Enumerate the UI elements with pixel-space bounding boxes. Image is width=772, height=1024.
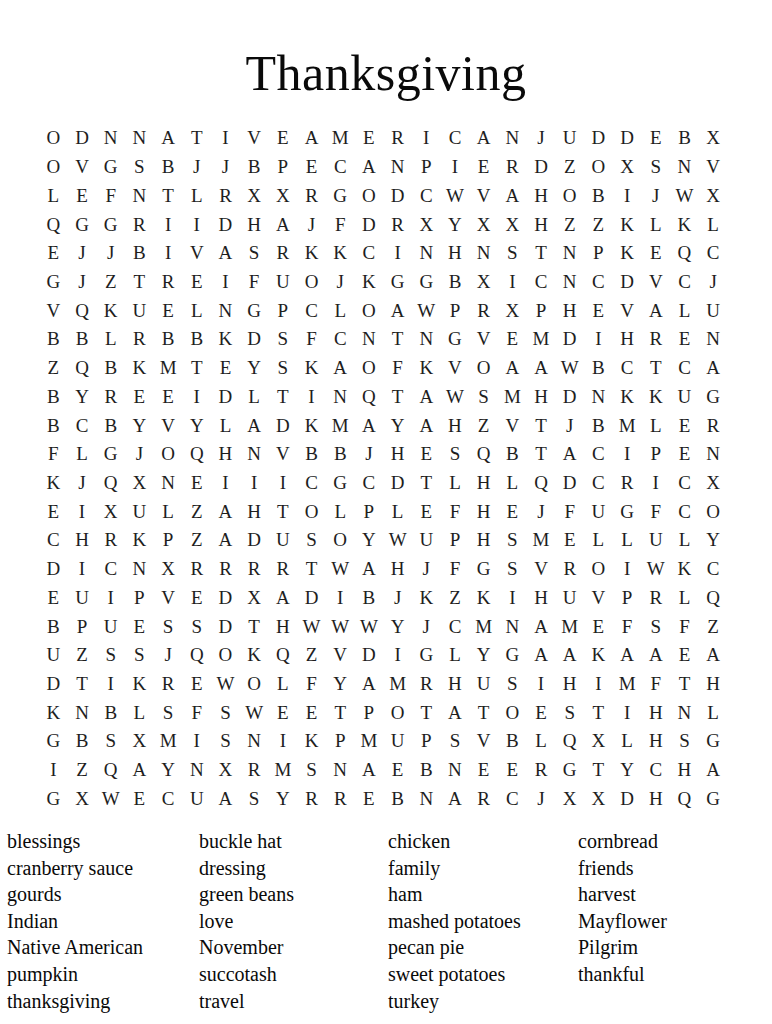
grid-cell[interactable]: X	[469, 210, 498, 239]
grid-cell[interactable]: U	[670, 382, 699, 411]
grid-cell[interactable]: C	[641, 756, 670, 785]
grid-cell[interactable]: U	[269, 268, 298, 297]
grid-cell[interactable]: J	[68, 239, 97, 268]
grid-cell[interactable]: T	[670, 670, 699, 699]
grid-cell[interactable]: X	[584, 727, 613, 756]
grid-cell[interactable]: A	[527, 612, 556, 641]
grid-cell[interactable]: K	[326, 239, 355, 268]
grid-cell[interactable]: H	[469, 497, 498, 526]
grid-cell[interactable]: A	[412, 382, 441, 411]
grid-cell[interactable]: V	[240, 124, 269, 153]
grid-cell[interactable]: H	[699, 670, 728, 699]
grid-cell[interactable]: S	[641, 612, 670, 641]
grid-cell[interactable]: W	[641, 555, 670, 584]
grid-cell[interactable]: H	[383, 440, 412, 469]
grid-cell[interactable]: X	[699, 124, 728, 153]
grid-cell[interactable]: T	[269, 497, 298, 526]
grid-cell[interactable]: S	[498, 239, 527, 268]
grid-cell[interactable]: V	[699, 153, 728, 182]
grid-cell[interactable]: O	[297, 268, 326, 297]
grid-cell[interactable]: E	[498, 756, 527, 785]
grid-cell[interactable]: H	[527, 210, 556, 239]
grid-cell[interactable]: A	[527, 354, 556, 383]
grid-cell[interactable]: I	[39, 756, 68, 785]
grid-cell[interactable]: W	[383, 526, 412, 555]
grid-cell[interactable]: L	[96, 325, 125, 354]
grid-cell[interactable]: L	[699, 210, 728, 239]
grid-cell[interactable]: N	[699, 325, 728, 354]
grid-cell[interactable]: A	[355, 756, 384, 785]
grid-cell[interactable]: S	[96, 727, 125, 756]
grid-cell[interactable]: L	[441, 641, 470, 670]
grid-cell[interactable]: A	[355, 153, 384, 182]
grid-cell[interactable]: I	[527, 670, 556, 699]
grid-cell[interactable]: O	[699, 497, 728, 526]
grid-cell[interactable]: S	[211, 698, 240, 727]
grid-cell[interactable]: E	[39, 239, 68, 268]
grid-cell[interactable]: J	[412, 612, 441, 641]
grid-cell[interactable]: F	[297, 670, 326, 699]
grid-cell[interactable]: C	[613, 354, 642, 383]
grid-cell[interactable]: R	[469, 785, 498, 814]
grid-cell[interactable]: S	[182, 612, 211, 641]
grid-cell[interactable]: C	[699, 239, 728, 268]
grid-cell[interactable]: A	[355, 411, 384, 440]
grid-cell[interactable]: P	[441, 526, 470, 555]
grid-cell[interactable]: V	[441, 354, 470, 383]
grid-cell[interactable]: B	[584, 411, 613, 440]
grid-cell[interactable]: I	[211, 124, 240, 153]
grid-cell[interactable]: P	[355, 497, 384, 526]
grid-cell[interactable]: N	[211, 296, 240, 325]
grid-cell[interactable]: D	[269, 411, 298, 440]
grid-cell[interactable]: Y	[182, 411, 211, 440]
grid-cell[interactable]: H	[441, 670, 470, 699]
grid-cell[interactable]: G	[39, 268, 68, 297]
grid-cell[interactable]: L	[326, 497, 355, 526]
grid-cell[interactable]: B	[125, 239, 154, 268]
grid-cell[interactable]: Q	[269, 641, 298, 670]
grid-cell[interactable]: K	[469, 584, 498, 613]
grid-cell[interactable]: I	[584, 325, 613, 354]
grid-cell[interactable]: N	[182, 756, 211, 785]
grid-cell[interactable]: L	[211, 411, 240, 440]
grid-cell[interactable]: A	[699, 641, 728, 670]
grid-cell[interactable]: O	[383, 698, 412, 727]
grid-cell[interactable]: S	[240, 785, 269, 814]
grid-cell[interactable]: I	[182, 210, 211, 239]
grid-cell[interactable]: K	[96, 296, 125, 325]
grid-cell[interactable]: V	[68, 153, 97, 182]
grid-cell[interactable]: D	[355, 210, 384, 239]
grid-cell[interactable]: Y	[68, 382, 97, 411]
grid-cell[interactable]: Z	[39, 354, 68, 383]
grid-cell[interactable]: T	[527, 440, 556, 469]
grid-cell[interactable]: D	[527, 153, 556, 182]
grid-cell[interactable]: M	[355, 727, 384, 756]
grid-cell[interactable]: Z	[469, 411, 498, 440]
grid-cell[interactable]: S	[269, 354, 298, 383]
grid-cell[interactable]: E	[154, 382, 183, 411]
grid-cell[interactable]: N	[326, 382, 355, 411]
grid-cell[interactable]: G	[96, 440, 125, 469]
grid-cell[interactable]: L	[641, 411, 670, 440]
grid-cell[interactable]: R	[613, 469, 642, 498]
grid-cell[interactable]: S	[498, 555, 527, 584]
grid-cell[interactable]: N	[412, 325, 441, 354]
grid-cell[interactable]: N	[584, 382, 613, 411]
grid-cell[interactable]: V	[326, 641, 355, 670]
grid-cell[interactable]: Q	[555, 727, 584, 756]
grid-cell[interactable]: J	[527, 785, 556, 814]
grid-cell[interactable]: P	[125, 584, 154, 613]
grid-cell[interactable]: I	[613, 555, 642, 584]
grid-cell[interactable]: O	[355, 181, 384, 210]
grid-cell[interactable]: L	[670, 584, 699, 613]
grid-cell[interactable]: G	[699, 785, 728, 814]
grid-cell[interactable]: R	[498, 153, 527, 182]
grid-cell[interactable]: N	[125, 124, 154, 153]
grid-cell[interactable]: V	[154, 411, 183, 440]
grid-cell[interactable]: B	[383, 785, 412, 814]
grid-cell[interactable]: C	[699, 555, 728, 584]
grid-cell[interactable]: X	[68, 785, 97, 814]
grid-cell[interactable]: W	[297, 612, 326, 641]
grid-cell[interactable]: V	[469, 181, 498, 210]
grid-cell[interactable]: T	[412, 469, 441, 498]
grid-cell[interactable]: N	[240, 727, 269, 756]
grid-cell[interactable]: Q	[699, 584, 728, 613]
grid-cell[interactable]: K	[613, 239, 642, 268]
grid-cell[interactable]: N	[412, 239, 441, 268]
grid-cell[interactable]: M	[154, 727, 183, 756]
grid-cell[interactable]: U	[125, 497, 154, 526]
grid-cell[interactable]: G	[441, 325, 470, 354]
grid-cell[interactable]: E	[125, 785, 154, 814]
grid-cell[interactable]: M	[613, 411, 642, 440]
grid-cell[interactable]: W	[240, 698, 269, 727]
grid-cell[interactable]: N	[240, 440, 269, 469]
grid-cell[interactable]: U	[412, 526, 441, 555]
grid-cell[interactable]: G	[96, 153, 125, 182]
grid-cell[interactable]: N	[125, 555, 154, 584]
grid-cell[interactable]: V	[584, 584, 613, 613]
grid-cell[interactable]: O	[355, 354, 384, 383]
grid-cell[interactable]: G	[39, 785, 68, 814]
grid-cell[interactable]: R	[96, 526, 125, 555]
grid-cell[interactable]: N	[68, 698, 97, 727]
grid-cell[interactable]: A	[211, 785, 240, 814]
grid-cell[interactable]: A	[240, 411, 269, 440]
grid-cell[interactable]: N	[355, 325, 384, 354]
grid-cell[interactable]: T	[326, 698, 355, 727]
grid-cell[interactable]: L	[699, 698, 728, 727]
grid-cell[interactable]: Q	[68, 296, 97, 325]
grid-cell[interactable]: D	[584, 124, 613, 153]
grid-cell[interactable]: H	[527, 181, 556, 210]
grid-cell[interactable]: E	[355, 785, 384, 814]
grid-cell[interactable]: D	[297, 584, 326, 613]
grid-cell[interactable]: I	[269, 469, 298, 498]
grid-cell[interactable]: R	[96, 382, 125, 411]
grid-cell[interactable]: K	[355, 268, 384, 297]
grid-cell[interactable]: D	[211, 382, 240, 411]
grid-cell[interactable]: A	[641, 641, 670, 670]
grid-cell[interactable]: D	[68, 124, 97, 153]
grid-cell[interactable]: S	[641, 153, 670, 182]
grid-cell[interactable]: H	[240, 210, 269, 239]
grid-cell[interactable]: I	[240, 469, 269, 498]
grid-cell[interactable]: R	[154, 670, 183, 699]
grid-cell[interactable]: R	[269, 239, 298, 268]
grid-cell[interactable]: L	[68, 440, 97, 469]
grid-cell[interactable]: C	[412, 181, 441, 210]
grid-cell[interactable]: I	[498, 268, 527, 297]
grid-cell[interactable]: X	[699, 181, 728, 210]
grid-cell[interactable]: O	[498, 698, 527, 727]
grid-cell[interactable]: G	[699, 382, 728, 411]
grid-cell[interactable]: K	[613, 210, 642, 239]
grid-cell[interactable]: Q	[182, 641, 211, 670]
grid-cell[interactable]: X	[240, 584, 269, 613]
grid-cell[interactable]: J	[297, 210, 326, 239]
grid-cell[interactable]: B	[154, 153, 183, 182]
grid-cell[interactable]: R	[412, 670, 441, 699]
grid-cell[interactable]: T	[584, 756, 613, 785]
grid-cell[interactable]: E	[68, 181, 97, 210]
grid-cell[interactable]: E	[39, 497, 68, 526]
grid-cell[interactable]: A	[355, 670, 384, 699]
grid-cell[interactable]: B	[297, 440, 326, 469]
grid-cell[interactable]: C	[584, 440, 613, 469]
grid-cell[interactable]: H	[441, 411, 470, 440]
grid-cell[interactable]: S	[240, 239, 269, 268]
grid-cell[interactable]: Y	[441, 210, 470, 239]
grid-cell[interactable]: V	[182, 239, 211, 268]
grid-cell[interactable]: D	[613, 124, 642, 153]
grid-cell[interactable]: H	[441, 239, 470, 268]
grid-cell[interactable]: K	[211, 325, 240, 354]
grid-cell[interactable]: E	[297, 698, 326, 727]
grid-cell[interactable]: O	[326, 526, 355, 555]
grid-cell[interactable]: V	[269, 440, 298, 469]
grid-cell[interactable]: H	[240, 497, 269, 526]
grid-cell[interactable]: E	[182, 268, 211, 297]
grid-cell[interactable]: G	[326, 469, 355, 498]
grid-cell[interactable]: C	[441, 124, 470, 153]
grid-cell[interactable]: K	[641, 382, 670, 411]
grid-cell[interactable]: J	[68, 469, 97, 498]
grid-cell[interactable]: W	[326, 555, 355, 584]
grid-cell[interactable]: L	[39, 181, 68, 210]
grid-cell[interactable]: V	[469, 727, 498, 756]
grid-cell[interactable]: T	[469, 698, 498, 727]
grid-cell[interactable]: W	[412, 296, 441, 325]
grid-cell[interactable]: B	[584, 181, 613, 210]
grid-cell[interactable]: E	[527, 698, 556, 727]
grid-cell[interactable]: I	[412, 124, 441, 153]
grid-cell[interactable]: H	[670, 756, 699, 785]
grid-cell[interactable]: R	[297, 181, 326, 210]
grid-cell[interactable]: T	[383, 325, 412, 354]
grid-cell[interactable]: H	[527, 382, 556, 411]
grid-cell[interactable]: W	[441, 181, 470, 210]
grid-cell[interactable]: Y	[613, 756, 642, 785]
grid-cell[interactable]: B	[39, 382, 68, 411]
grid-cell[interactable]: I	[326, 584, 355, 613]
grid-cell[interactable]: P	[412, 153, 441, 182]
grid-cell[interactable]: D	[211, 584, 240, 613]
grid-cell[interactable]: V	[498, 411, 527, 440]
grid-cell[interactable]: I	[641, 469, 670, 498]
grid-cell[interactable]: P	[355, 698, 384, 727]
grid-cell[interactable]: H	[383, 555, 412, 584]
grid-cell[interactable]: K	[613, 382, 642, 411]
grid-cell[interactable]: S	[125, 641, 154, 670]
grid-cell[interactable]: L	[498, 469, 527, 498]
grid-cell[interactable]: R	[699, 411, 728, 440]
grid-cell[interactable]: G	[613, 497, 642, 526]
grid-cell[interactable]: A	[355, 555, 384, 584]
grid-cell[interactable]: U	[641, 526, 670, 555]
grid-cell[interactable]: C	[154, 785, 183, 814]
grid-cell[interactable]: Y	[699, 526, 728, 555]
grid-cell[interactable]: O	[297, 497, 326, 526]
grid-cell[interactable]: N	[154, 469, 183, 498]
grid-cell[interactable]: R	[469, 296, 498, 325]
grid-cell[interactable]: Q	[39, 210, 68, 239]
grid-cell[interactable]: A	[269, 210, 298, 239]
grid-cell[interactable]: Z	[182, 497, 211, 526]
grid-cell[interactable]: N	[383, 153, 412, 182]
grid-cell[interactable]: L	[441, 469, 470, 498]
grid-cell[interactable]: S	[555, 698, 584, 727]
grid-cell[interactable]: E	[469, 153, 498, 182]
grid-cell[interactable]: T	[641, 354, 670, 383]
grid-cell[interactable]: R	[240, 555, 269, 584]
grid-cell[interactable]: I	[68, 497, 97, 526]
grid-cell[interactable]: L	[269, 670, 298, 699]
grid-cell[interactable]: N	[670, 153, 699, 182]
grid-cell[interactable]: N	[555, 239, 584, 268]
grid-cell[interactable]: R	[641, 584, 670, 613]
grid-cell[interactable]: B	[68, 325, 97, 354]
grid-cell[interactable]: F	[613, 612, 642, 641]
grid-cell[interactable]: I	[498, 584, 527, 613]
grid-cell[interactable]: K	[297, 239, 326, 268]
grid-cell[interactable]: T	[240, 612, 269, 641]
grid-cell[interactable]: Z	[68, 641, 97, 670]
grid-cell[interactable]: H	[555, 670, 584, 699]
grid-cell[interactable]: K	[670, 555, 699, 584]
grid-cell[interactable]: C	[96, 555, 125, 584]
grid-cell[interactable]: I	[383, 239, 412, 268]
grid-cell[interactable]: F	[670, 612, 699, 641]
grid-cell[interactable]: K	[670, 210, 699, 239]
grid-cell[interactable]: B	[39, 411, 68, 440]
grid-cell[interactable]: F	[326, 210, 355, 239]
grid-cell[interactable]: T	[125, 268, 154, 297]
grid-cell[interactable]: C	[355, 469, 384, 498]
grid-cell[interactable]: A	[441, 785, 470, 814]
grid-cell[interactable]: T	[68, 670, 97, 699]
grid-cell[interactable]: E	[584, 612, 613, 641]
grid-cell[interactable]: M	[498, 382, 527, 411]
grid-cell[interactable]: I	[96, 670, 125, 699]
grid-cell[interactable]: Q	[670, 239, 699, 268]
grid-cell[interactable]: O	[211, 641, 240, 670]
grid-cell[interactable]: J	[326, 268, 355, 297]
grid-cell[interactable]: W	[211, 670, 240, 699]
grid-cell[interactable]: C	[670, 268, 699, 297]
grid-cell[interactable]: Y	[269, 785, 298, 814]
grid-cell[interactable]: L	[613, 526, 642, 555]
grid-cell[interactable]: N	[555, 268, 584, 297]
grid-cell[interactable]: K	[297, 411, 326, 440]
grid-cell[interactable]: A	[441, 698, 470, 727]
grid-cell[interactable]: D	[211, 210, 240, 239]
grid-cell[interactable]: R	[182, 555, 211, 584]
grid-cell[interactable]: L	[182, 181, 211, 210]
grid-cell[interactable]: H	[641, 727, 670, 756]
grid-cell[interactable]: L	[125, 698, 154, 727]
grid-cell[interactable]: E	[412, 497, 441, 526]
grid-cell[interactable]: A	[326, 354, 355, 383]
grid-cell[interactable]: T	[412, 698, 441, 727]
grid-cell[interactable]: Q	[527, 469, 556, 498]
grid-cell[interactable]: K	[125, 354, 154, 383]
grid-cell[interactable]: K	[297, 727, 326, 756]
grid-cell[interactable]: Z	[555, 153, 584, 182]
grid-cell[interactable]: H	[211, 440, 240, 469]
grid-cell[interactable]: D	[555, 325, 584, 354]
grid-cell[interactable]: S	[154, 698, 183, 727]
grid-cell[interactable]: X	[240, 181, 269, 210]
grid-cell[interactable]: R	[527, 756, 556, 785]
grid-cell[interactable]: J	[154, 641, 183, 670]
grid-cell[interactable]: M	[326, 411, 355, 440]
grid-cell[interactable]: J	[96, 239, 125, 268]
grid-cell[interactable]: N	[326, 756, 355, 785]
grid-cell[interactable]: P	[269, 153, 298, 182]
grid-cell[interactable]: C	[68, 411, 97, 440]
grid-cell[interactable]: F	[182, 698, 211, 727]
grid-cell[interactable]: K	[240, 641, 269, 670]
grid-cell[interactable]: E	[182, 469, 211, 498]
grid-cell[interactable]: W	[441, 382, 470, 411]
grid-cell[interactable]: T	[154, 181, 183, 210]
grid-cell[interactable]: J	[211, 153, 240, 182]
grid-cell[interactable]: Y	[383, 612, 412, 641]
grid-cell[interactable]: Z	[441, 584, 470, 613]
grid-cell[interactable]: V	[641, 268, 670, 297]
grid-cell[interactable]: E	[211, 354, 240, 383]
grid-cell[interactable]: X	[469, 268, 498, 297]
grid-cell[interactable]: G	[699, 727, 728, 756]
grid-cell[interactable]: B	[584, 354, 613, 383]
grid-cell[interactable]: N	[96, 124, 125, 153]
grid-cell[interactable]: V	[154, 584, 183, 613]
grid-cell[interactable]: E	[498, 325, 527, 354]
grid-cell[interactable]: D	[211, 612, 240, 641]
grid-cell[interactable]: Y	[383, 411, 412, 440]
grid-cell[interactable]: J	[125, 440, 154, 469]
grid-cell[interactable]: E	[670, 325, 699, 354]
grid-cell[interactable]: A	[555, 440, 584, 469]
grid-cell[interactable]: B	[96, 411, 125, 440]
grid-cell[interactable]: C	[297, 469, 326, 498]
grid-cell[interactable]: X	[699, 469, 728, 498]
